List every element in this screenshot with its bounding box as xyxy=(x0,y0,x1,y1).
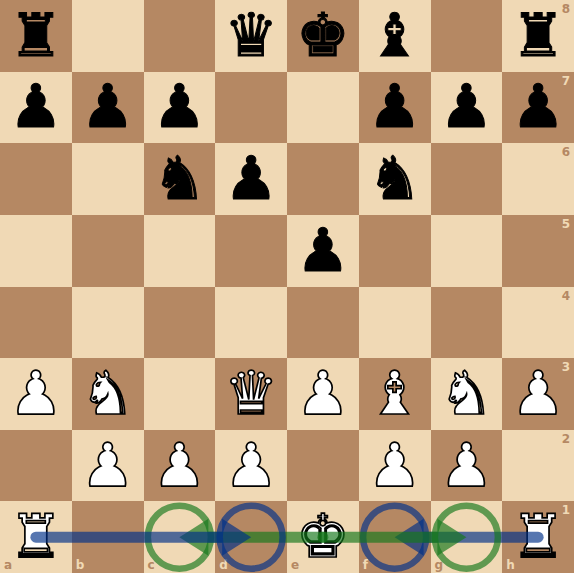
piece-black-pawn[interactable]: ♟ xyxy=(439,76,493,136)
square-h2[interactable]: 2 xyxy=(502,430,574,502)
square-a3[interactable]: ♟ xyxy=(0,358,72,430)
square-c8[interactable] xyxy=(144,0,216,72)
rank-label-4: 4 xyxy=(562,290,570,302)
piece-black-rook[interactable]: ♜ xyxy=(511,5,565,65)
square-f3[interactable]: ♝ xyxy=(359,358,431,430)
square-e8[interactable]: ♚ xyxy=(287,0,359,72)
square-b1[interactable]: b xyxy=(72,501,144,573)
piece-black-pawn[interactable]: ♟ xyxy=(81,76,135,136)
piece-white-queen[interactable]: ♛ xyxy=(224,363,278,423)
piece-black-knight[interactable]: ♞ xyxy=(368,148,422,208)
square-h8[interactable]: 8♜ xyxy=(502,0,574,72)
square-h5[interactable]: 5 xyxy=(502,215,574,287)
square-f5[interactable] xyxy=(359,215,431,287)
square-e1[interactable]: e♚ xyxy=(287,501,359,573)
piece-white-pawn[interactable]: ♟ xyxy=(296,363,350,423)
square-g7[interactable]: ♟ xyxy=(431,72,503,144)
file-label-b: b xyxy=(76,559,85,571)
piece-black-pawn[interactable]: ♟ xyxy=(296,220,350,280)
piece-white-knight[interactable]: ♞ xyxy=(81,363,135,423)
square-h1[interactable]: h1♜ xyxy=(502,501,574,573)
piece-white-rook[interactable]: ♜ xyxy=(511,506,565,566)
square-a1[interactable]: a♜ xyxy=(0,501,72,573)
square-h3[interactable]: 3♟ xyxy=(502,358,574,430)
square-g2[interactable]: ♟ xyxy=(431,430,503,502)
square-h4[interactable]: 4 xyxy=(502,287,574,359)
piece-white-king[interactable]: ♚ xyxy=(296,506,350,566)
piece-black-king[interactable]: ♚ xyxy=(296,5,350,65)
piece-white-pawn[interactable]: ♟ xyxy=(152,435,206,495)
square-h7[interactable]: 7♟ xyxy=(502,72,574,144)
square-b6[interactable] xyxy=(72,143,144,215)
square-c3[interactable] xyxy=(144,358,216,430)
square-a8[interactable]: ♜ xyxy=(0,0,72,72)
piece-black-pawn[interactable]: ♟ xyxy=(224,148,278,208)
piece-white-bishop[interactable]: ♝ xyxy=(368,363,422,423)
square-a5[interactable] xyxy=(0,215,72,287)
piece-white-pawn[interactable]: ♟ xyxy=(439,435,493,495)
piece-white-pawn[interactable]: ♟ xyxy=(511,363,565,423)
piece-black-pawn[interactable]: ♟ xyxy=(9,76,63,136)
square-c2[interactable]: ♟ xyxy=(144,430,216,502)
square-b5[interactable] xyxy=(72,215,144,287)
square-f6[interactable]: ♞ xyxy=(359,143,431,215)
square-e7[interactable] xyxy=(287,72,359,144)
square-d1[interactable]: d xyxy=(215,501,287,573)
piece-white-pawn[interactable]: ♟ xyxy=(9,363,63,423)
square-d3[interactable]: ♛ xyxy=(215,358,287,430)
square-c6[interactable]: ♞ xyxy=(144,143,216,215)
square-g3[interactable]: ♞ xyxy=(431,358,503,430)
square-c4[interactable] xyxy=(144,287,216,359)
square-e3[interactable]: ♟ xyxy=(287,358,359,430)
square-a4[interactable] xyxy=(0,287,72,359)
piece-black-knight[interactable]: ♞ xyxy=(152,148,206,208)
square-f4[interactable] xyxy=(359,287,431,359)
piece-white-pawn[interactable]: ♟ xyxy=(368,435,422,495)
piece-black-bishop[interactable]: ♝ xyxy=(368,5,422,65)
square-g4[interactable] xyxy=(431,287,503,359)
file-label-c: c xyxy=(148,559,155,571)
piece-white-pawn[interactable]: ♟ xyxy=(81,435,135,495)
piece-black-queen[interactable]: ♛ xyxy=(224,5,278,65)
square-f2[interactable]: ♟ xyxy=(359,430,431,502)
piece-white-pawn[interactable]: ♟ xyxy=(224,435,278,495)
square-d2[interactable]: ♟ xyxy=(215,430,287,502)
piece-black-pawn[interactable]: ♟ xyxy=(152,76,206,136)
square-g5[interactable] xyxy=(431,215,503,287)
square-b2[interactable]: ♟ xyxy=(72,430,144,502)
square-b3[interactable]: ♞ xyxy=(72,358,144,430)
file-label-g: g xyxy=(435,559,444,571)
square-d8[interactable]: ♛ xyxy=(215,0,287,72)
file-label-f: f xyxy=(363,559,368,571)
chess-board: ♜♛♚♝8♜♟♟♟♟♟7♟♞♟♞6♟54♟♞♛♟♝♞3♟♟♟♟♟♟2a♜bcde… xyxy=(0,0,574,573)
square-g1[interactable]: g xyxy=(431,501,503,573)
file-label-d: d xyxy=(219,559,228,571)
square-f8[interactable]: ♝ xyxy=(359,0,431,72)
square-f1[interactable]: f xyxy=(359,501,431,573)
square-a6[interactable] xyxy=(0,143,72,215)
board-squares: ♜♛♚♝8♜♟♟♟♟♟7♟♞♟♞6♟54♟♞♛♟♝♞3♟♟♟♟♟♟2a♜bcde… xyxy=(0,0,574,573)
square-e5[interactable]: ♟ xyxy=(287,215,359,287)
piece-black-rook[interactable]: ♜ xyxy=(9,5,63,65)
square-e4[interactable] xyxy=(287,287,359,359)
square-d7[interactable] xyxy=(215,72,287,144)
square-b8[interactable] xyxy=(72,0,144,72)
square-c7[interactable]: ♟ xyxy=(144,72,216,144)
square-d4[interactable] xyxy=(215,287,287,359)
rank-label-5: 5 xyxy=(562,218,570,230)
square-f7[interactable]: ♟ xyxy=(359,72,431,144)
piece-white-knight[interactable]: ♞ xyxy=(439,363,493,423)
square-c1[interactable]: c xyxy=(144,501,216,573)
piece-black-pawn[interactable]: ♟ xyxy=(368,76,422,136)
piece-black-pawn[interactable]: ♟ xyxy=(511,76,565,136)
square-d5[interactable] xyxy=(215,215,287,287)
square-d6[interactable]: ♟ xyxy=(215,143,287,215)
rank-label-2: 2 xyxy=(562,433,570,445)
square-b4[interactable] xyxy=(72,287,144,359)
square-g6[interactable] xyxy=(431,143,503,215)
square-a2[interactable] xyxy=(0,430,72,502)
square-g8[interactable] xyxy=(431,0,503,72)
square-e6[interactable] xyxy=(287,143,359,215)
square-h6[interactable]: 6 xyxy=(502,143,574,215)
square-a7[interactable]: ♟ xyxy=(0,72,72,144)
rank-label-6: 6 xyxy=(562,146,570,158)
square-e2[interactable] xyxy=(287,430,359,502)
square-b7[interactable]: ♟ xyxy=(72,72,144,144)
square-c5[interactable] xyxy=(144,215,216,287)
piece-white-rook[interactable]: ♜ xyxy=(9,506,63,566)
